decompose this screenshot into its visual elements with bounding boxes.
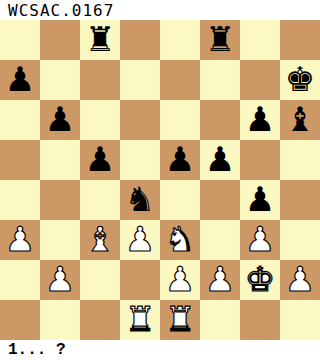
square-e3[interactable]: ♞ [160, 220, 200, 260]
square-e7[interactable] [160, 60, 200, 100]
square-e8[interactable] [160, 20, 200, 60]
square-f6[interactable] [200, 100, 240, 140]
white-pawn: ♟ [285, 262, 315, 296]
square-b3[interactable] [40, 220, 80, 260]
white-pawn: ♟ [165, 262, 195, 296]
square-b6[interactable]: ♟ [40, 100, 80, 140]
square-h8[interactable] [280, 20, 320, 60]
square-h4[interactable] [280, 180, 320, 220]
square-c5[interactable]: ♟ [80, 140, 120, 180]
square-e4[interactable] [160, 180, 200, 220]
square-a4[interactable] [0, 180, 40, 220]
square-g1[interactable] [240, 300, 280, 340]
square-c7[interactable] [80, 60, 120, 100]
square-h3[interactable] [280, 220, 320, 260]
square-d2[interactable] [120, 260, 160, 300]
square-f4[interactable] [200, 180, 240, 220]
square-a7[interactable]: ♟ [0, 60, 40, 100]
square-e2[interactable]: ♟ [160, 260, 200, 300]
square-d7[interactable] [120, 60, 160, 100]
square-h6[interactable]: ♝ [280, 100, 320, 140]
square-g7[interactable] [240, 60, 280, 100]
square-a5[interactable] [0, 140, 40, 180]
black-bishop: ♝ [285, 102, 315, 136]
square-a2[interactable] [0, 260, 40, 300]
black-pawn: ♟ [205, 142, 235, 176]
square-a6[interactable] [0, 100, 40, 140]
chess-diagram-window: WCSAC.0167 ♜♜♟♚♟♟♝♟♟♟♞♟♟♝♟♞♟♟♟♟♚♟♜♜ 1...… [0, 0, 320, 360]
square-b7[interactable] [40, 60, 80, 100]
black-pawn: ♟ [165, 142, 195, 176]
square-c8[interactable]: ♜ [80, 20, 120, 60]
black-pawn: ♟ [5, 62, 35, 96]
square-c3[interactable]: ♝ [80, 220, 120, 260]
square-e6[interactable] [160, 100, 200, 140]
square-g8[interactable] [240, 20, 280, 60]
square-e5[interactable]: ♟ [160, 140, 200, 180]
chess-board: ♜♜♟♚♟♟♝♟♟♟♞♟♟♝♟♞♟♟♟♟♚♟♜♜ [0, 20, 320, 340]
square-a8[interactable] [0, 20, 40, 60]
square-f1[interactable] [200, 300, 240, 340]
square-h1[interactable] [280, 300, 320, 340]
square-f5[interactable]: ♟ [200, 140, 240, 180]
black-rook: ♜ [205, 22, 235, 56]
square-g2[interactable]: ♚ [240, 260, 280, 300]
square-h5[interactable] [280, 140, 320, 180]
white-pawn: ♟ [205, 262, 235, 296]
square-c6[interactable] [80, 100, 120, 140]
square-g3[interactable]: ♟ [240, 220, 280, 260]
black-king: ♚ [285, 62, 315, 96]
square-g6[interactable]: ♟ [240, 100, 280, 140]
white-pawn: ♟ [125, 222, 155, 256]
white-bishop: ♝ [85, 222, 115, 256]
square-b2[interactable]: ♟ [40, 260, 80, 300]
black-pawn: ♟ [45, 102, 75, 136]
black-pawn: ♟ [245, 102, 275, 136]
square-a3[interactable]: ♟ [0, 220, 40, 260]
square-h2[interactable]: ♟ [280, 260, 320, 300]
square-d6[interactable] [120, 100, 160, 140]
square-h7[interactable]: ♚ [280, 60, 320, 100]
white-pawn: ♟ [245, 222, 275, 256]
square-f8[interactable]: ♜ [200, 20, 240, 60]
square-d4[interactable]: ♞ [120, 180, 160, 220]
square-g4[interactable]: ♟ [240, 180, 280, 220]
square-c1[interactable] [80, 300, 120, 340]
black-rook: ♜ [85, 22, 115, 56]
white-pawn: ♟ [5, 222, 35, 256]
square-f3[interactable] [200, 220, 240, 260]
black-knight: ♞ [125, 182, 155, 216]
move-prompt: 1... ? [0, 340, 320, 360]
square-b5[interactable] [40, 140, 80, 180]
square-f2[interactable]: ♟ [200, 260, 240, 300]
square-c4[interactable] [80, 180, 120, 220]
black-pawn: ♟ [245, 182, 275, 216]
square-d8[interactable] [120, 20, 160, 60]
square-d5[interactable] [120, 140, 160, 180]
black-pawn: ♟ [85, 142, 115, 176]
white-knight: ♞ [165, 222, 195, 256]
square-c2[interactable] [80, 260, 120, 300]
square-b1[interactable] [40, 300, 80, 340]
diagram-title: WCSAC.0167 [0, 0, 320, 20]
square-d3[interactable]: ♟ [120, 220, 160, 260]
white-rook: ♜ [125, 302, 155, 336]
white-king: ♚ [245, 262, 275, 296]
square-e1[interactable]: ♜ [160, 300, 200, 340]
square-b4[interactable] [40, 180, 80, 220]
square-d1[interactable]: ♜ [120, 300, 160, 340]
square-g5[interactable] [240, 140, 280, 180]
square-f7[interactable] [200, 60, 240, 100]
square-a1[interactable] [0, 300, 40, 340]
white-rook: ♜ [165, 302, 195, 336]
white-pawn: ♟ [45, 262, 75, 296]
square-b8[interactable] [40, 20, 80, 60]
